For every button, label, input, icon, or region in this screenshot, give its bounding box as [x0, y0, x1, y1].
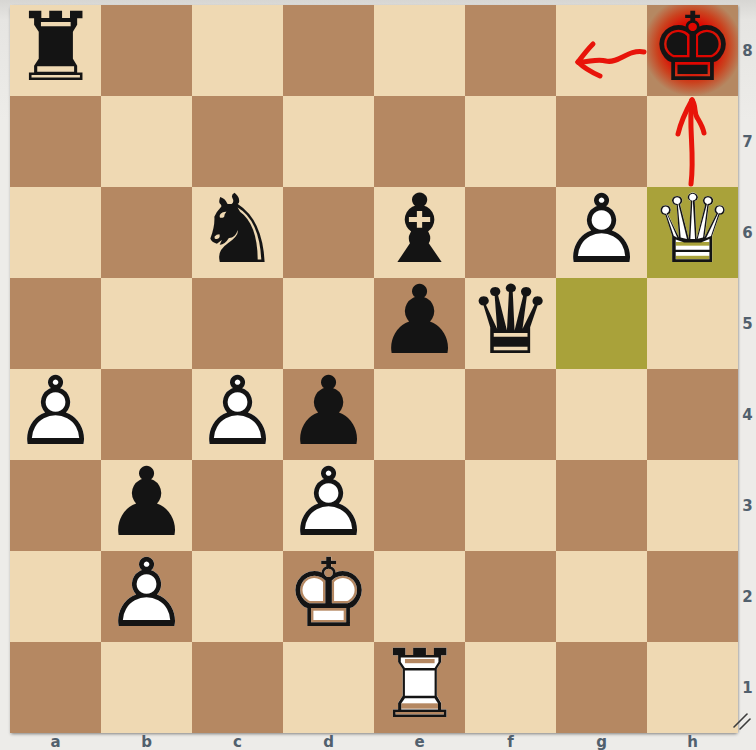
- square-a3[interactable]: [10, 460, 101, 551]
- rank-label-3: 3: [739, 460, 756, 551]
- square-b2[interactable]: ♟♙: [101, 551, 192, 642]
- black-queen[interactable]: ♛: [465, 278, 556, 369]
- white-pawn[interactable]: ♟♙: [101, 551, 192, 642]
- white-pawn-glyph-outline: ♙: [283, 457, 374, 548]
- white-queen-glyph-outline: ♕: [647, 184, 738, 275]
- square-e1[interactable]: ♜♖: [374, 642, 465, 733]
- square-b8[interactable]: [101, 5, 192, 96]
- square-d8[interactable]: [283, 5, 374, 96]
- square-c8[interactable]: [192, 5, 283, 96]
- square-b6[interactable]: [101, 187, 192, 278]
- file-label-e: e: [374, 735, 465, 750]
- square-b7[interactable]: [101, 96, 192, 187]
- square-c2[interactable]: [192, 551, 283, 642]
- white-king[interactable]: ♚♔: [283, 551, 374, 642]
- black-pawn-glyph: ♟: [283, 366, 374, 457]
- square-g2[interactable]: [556, 551, 647, 642]
- white-rook-glyph-outline: ♖: [374, 639, 465, 730]
- square-f5[interactable]: ♛: [465, 278, 556, 369]
- white-pawn[interactable]: ♟♙: [192, 369, 283, 460]
- square-g6[interactable]: ♟♙: [556, 187, 647, 278]
- file-label-d: d: [283, 735, 374, 750]
- square-c4[interactable]: ♟♙: [192, 369, 283, 460]
- square-f1[interactable]: [465, 642, 556, 733]
- black-pawn-glyph: ♟: [101, 457, 192, 548]
- square-e8[interactable]: [374, 5, 465, 96]
- square-h8[interactable]: ♚: [647, 5, 738, 96]
- white-rook[interactable]: ♜♖: [374, 642, 465, 733]
- square-c3[interactable]: [192, 460, 283, 551]
- square-h4[interactable]: [647, 369, 738, 460]
- square-e4[interactable]: [374, 369, 465, 460]
- square-e5[interactable]: ♟: [374, 278, 465, 369]
- black-knight[interactable]: ♞: [192, 187, 283, 278]
- square-g8[interactable]: [556, 5, 647, 96]
- square-f8[interactable]: [465, 5, 556, 96]
- file-label-f: f: [465, 735, 556, 750]
- rank-label-4: 4: [739, 369, 756, 460]
- white-pawn-glyph-outline: ♙: [192, 366, 283, 457]
- white-pawn-glyph-outline: ♙: [10, 366, 101, 457]
- square-d2[interactable]: ♚♔: [283, 551, 374, 642]
- rank-label-6: 6: [739, 187, 756, 278]
- square-f7[interactable]: [465, 96, 556, 187]
- square-f3[interactable]: [465, 460, 556, 551]
- square-a8[interactable]: ♜: [10, 5, 101, 96]
- square-d1[interactable]: [283, 642, 374, 733]
- black-king[interactable]: ♚: [647, 5, 738, 96]
- square-b5[interactable]: [101, 278, 192, 369]
- square-g4[interactable]: [556, 369, 647, 460]
- black-rook[interactable]: ♜: [10, 5, 101, 96]
- square-a6[interactable]: [10, 187, 101, 278]
- square-g3[interactable]: [556, 460, 647, 551]
- black-knight-glyph: ♞: [192, 184, 283, 275]
- black-rook-glyph: ♜: [10, 2, 101, 93]
- rank-label-5: 5: [739, 278, 756, 369]
- square-h6[interactable]: ♛♕: [647, 187, 738, 278]
- square-g1[interactable]: [556, 642, 647, 733]
- square-g5[interactable]: [556, 278, 647, 369]
- black-queen-glyph: ♛: [465, 275, 556, 366]
- square-a2[interactable]: [10, 551, 101, 642]
- square-c6[interactable]: ♞: [192, 187, 283, 278]
- square-h5[interactable]: [647, 278, 738, 369]
- black-pawn-glyph: ♟: [374, 275, 465, 366]
- rank-label-8: 8: [739, 5, 756, 96]
- black-bishop-glyph: ♝: [374, 184, 465, 275]
- black-king-glyph: ♚: [647, 2, 738, 93]
- square-d7[interactable]: [283, 96, 374, 187]
- file-label-h: h: [647, 735, 738, 750]
- square-b1[interactable]: [101, 642, 192, 733]
- white-pawn-glyph-outline: ♙: [101, 548, 192, 639]
- square-f2[interactable]: [465, 551, 556, 642]
- white-queen[interactable]: ♛♕: [647, 187, 738, 278]
- square-h3[interactable]: [647, 460, 738, 551]
- square-a7[interactable]: [10, 96, 101, 187]
- resize-grip-icon[interactable]: [731, 710, 753, 732]
- chess-board: ♜♚♞♝♟♙♛♕♟♛♟♙♟♙♟♟♟♙♟♙♚♔♜♖: [10, 5, 738, 733]
- square-h1[interactable]: [647, 642, 738, 733]
- rank-label-7: 7: [739, 96, 756, 187]
- square-c1[interactable]: [192, 642, 283, 733]
- rank-label-2: 2: [739, 551, 756, 642]
- white-king-glyph-outline: ♔: [283, 548, 374, 639]
- square-a4[interactable]: ♟♙: [10, 369, 101, 460]
- white-pawn[interactable]: ♟♙: [10, 369, 101, 460]
- file-label-g: g: [556, 735, 647, 750]
- black-pawn[interactable]: ♟: [374, 278, 465, 369]
- white-pawn[interactable]: ♟♙: [556, 187, 647, 278]
- file-label-c: c: [192, 735, 283, 750]
- file-label-b: b: [101, 735, 192, 750]
- square-e3[interactable]: [374, 460, 465, 551]
- square-f4[interactable]: [465, 369, 556, 460]
- file-label-a: a: [10, 735, 101, 750]
- square-a1[interactable]: [10, 642, 101, 733]
- square-d6[interactable]: [283, 187, 374, 278]
- square-h2[interactable]: [647, 551, 738, 642]
- white-pawn-glyph-outline: ♙: [556, 184, 647, 275]
